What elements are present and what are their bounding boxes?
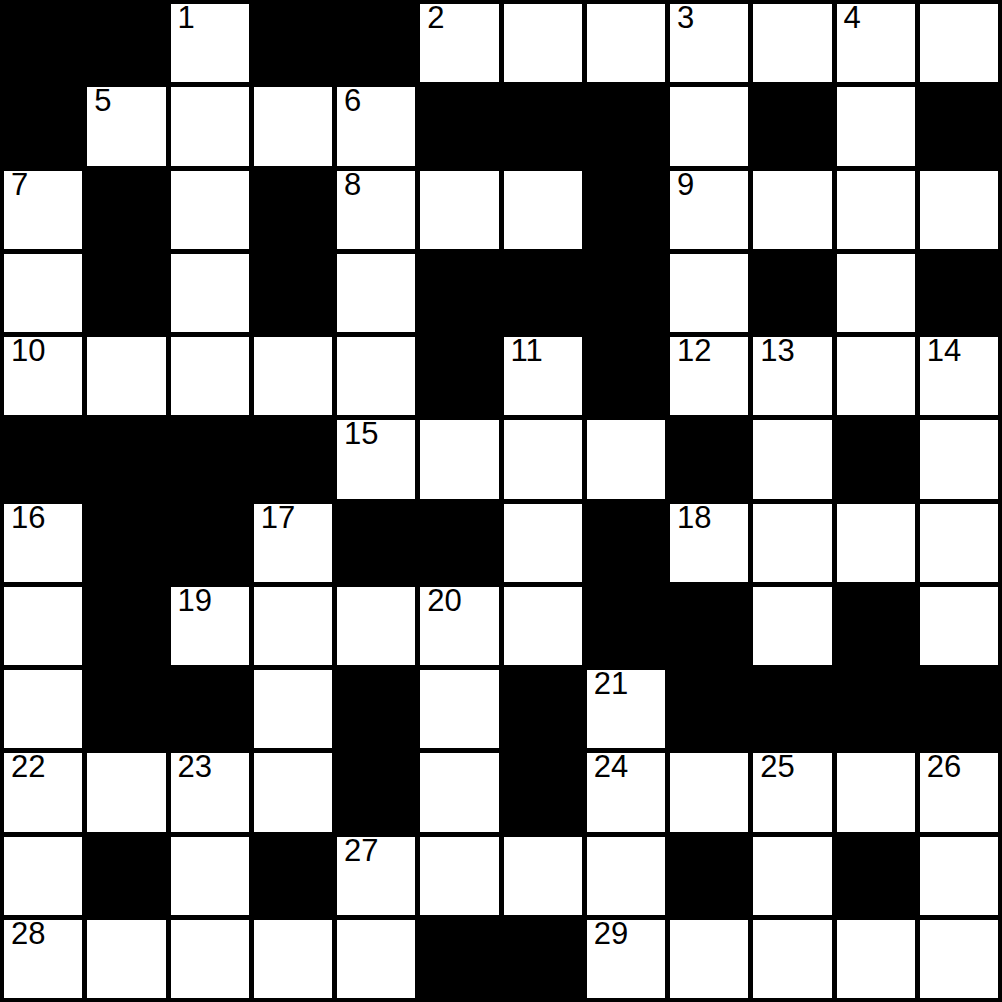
white-cell-r11c4[interactable]	[337, 920, 415, 998]
white-cell-r4c2[interactable]	[171, 337, 249, 415]
white-cell-r7c6[interactable]	[504, 587, 582, 665]
clue-number: 23	[178, 749, 212, 785]
black-cell-r8c1	[87, 670, 165, 748]
white-cell-r3c2[interactable]	[171, 254, 249, 332]
black-cell-r9c6	[504, 753, 582, 831]
white-cell-r9c5[interactable]	[420, 753, 498, 831]
white-cell-r6c10[interactable]	[837, 504, 915, 582]
black-cell-r5c2	[171, 420, 249, 498]
white-cell-r4c0[interactable]: 10	[4, 337, 82, 415]
black-cell-r3c5	[420, 254, 498, 332]
white-cell-r5c9[interactable]	[753, 420, 831, 498]
white-cell-r8c5[interactable]	[420, 670, 498, 748]
black-cell-r1c6	[504, 87, 582, 165]
black-cell-r10c1	[87, 837, 165, 915]
white-cell-r0c10[interactable]: 4	[837, 4, 915, 82]
white-cell-r2c4[interactable]: 8	[337, 171, 415, 249]
white-cell-r11c7[interactable]: 29	[587, 920, 665, 998]
black-cell-r10c8	[670, 837, 748, 915]
black-cell-r3c1	[87, 254, 165, 332]
black-cell-r3c11	[920, 254, 998, 332]
white-cell-r7c5[interactable]: 20	[420, 587, 498, 665]
white-cell-r1c3[interactable]	[254, 87, 332, 165]
white-cell-r0c2[interactable]: 1	[171, 4, 249, 82]
white-cell-r0c7[interactable]	[587, 4, 665, 82]
white-cell-r6c3[interactable]: 17	[254, 504, 332, 582]
black-cell-r10c3	[254, 837, 332, 915]
black-cell-r11c5	[420, 920, 498, 998]
black-cell-r8c8	[670, 670, 748, 748]
clue-number: 8	[344, 167, 361, 203]
black-cell-r8c11	[920, 670, 998, 748]
white-cell-r7c11[interactable]	[920, 587, 998, 665]
white-cell-r4c3[interactable]	[254, 337, 332, 415]
clue-number: 6	[344, 83, 361, 119]
black-cell-r3c9	[753, 254, 831, 332]
black-cell-r7c10	[837, 587, 915, 665]
clue-number: 5	[94, 83, 111, 119]
clue-number: 14	[927, 333, 961, 369]
white-cell-r9c10[interactable]	[837, 753, 915, 831]
clue-number: 21	[594, 666, 628, 702]
white-cell-r7c4[interactable]	[337, 587, 415, 665]
black-cell-r6c5	[420, 504, 498, 582]
black-cell-r0c4	[337, 4, 415, 82]
white-cell-r1c10[interactable]	[837, 87, 915, 165]
white-cell-r6c0[interactable]: 16	[4, 504, 82, 582]
white-cell-r8c7[interactable]: 21	[587, 670, 665, 748]
clue-number: 28	[11, 916, 45, 952]
clue-number: 25	[760, 749, 794, 785]
black-cell-r1c7	[587, 87, 665, 165]
black-cell-r1c5	[420, 87, 498, 165]
black-cell-r8c2	[171, 670, 249, 748]
clue-number: 1	[178, 0, 195, 36]
white-cell-r1c2[interactable]	[171, 87, 249, 165]
black-cell-r2c3	[254, 171, 332, 249]
clue-number: 10	[11, 333, 45, 369]
black-cell-r10c10	[837, 837, 915, 915]
white-cell-r4c1[interactable]	[87, 337, 165, 415]
white-cell-r6c9[interactable]	[753, 504, 831, 582]
white-cell-r3c10[interactable]	[837, 254, 915, 332]
white-cell-r2c10[interactable]	[837, 171, 915, 249]
white-cell-r2c5[interactable]	[420, 171, 498, 249]
white-cell-r4c9[interactable]: 13	[753, 337, 831, 415]
white-cell-r4c4[interactable]	[337, 337, 415, 415]
clue-number: 16	[11, 500, 45, 536]
white-cell-r2c2[interactable]	[171, 171, 249, 249]
white-cell-r3c8[interactable]	[670, 254, 748, 332]
clue-number: 17	[261, 500, 295, 536]
clue-number: 29	[594, 916, 628, 952]
white-cell-r1c4[interactable]: 6	[337, 87, 415, 165]
crossword-board: 1234567891011121314151617181920212223242…	[0, 0, 1002, 1002]
white-cell-r9c1[interactable]	[87, 753, 165, 831]
white-cell-r7c3[interactable]	[254, 587, 332, 665]
black-cell-r9c4	[337, 753, 415, 831]
black-cell-r7c1	[87, 587, 165, 665]
white-cell-r4c8[interactable]: 12	[670, 337, 748, 415]
clue-number: 7	[11, 167, 28, 203]
white-cell-r9c8[interactable]	[670, 753, 748, 831]
white-cell-r10c11[interactable]	[920, 837, 998, 915]
black-cell-r8c4	[337, 670, 415, 748]
clue-number: 24	[594, 749, 628, 785]
black-cell-r2c7	[587, 171, 665, 249]
white-cell-r2c6[interactable]	[504, 171, 582, 249]
white-cell-r5c4[interactable]: 15	[337, 420, 415, 498]
black-cell-r0c1	[87, 4, 165, 82]
white-cell-r0c11[interactable]	[920, 4, 998, 82]
white-cell-r10c5[interactable]	[420, 837, 498, 915]
black-cell-r1c9	[753, 87, 831, 165]
white-cell-r11c2[interactable]	[171, 920, 249, 998]
black-cell-r3c3	[254, 254, 332, 332]
black-cell-r7c7	[587, 587, 665, 665]
white-cell-r0c5[interactable]: 2	[420, 4, 498, 82]
black-cell-r4c5	[420, 337, 498, 415]
black-cell-r8c9	[753, 670, 831, 748]
black-cell-r3c6	[504, 254, 582, 332]
white-cell-r0c6[interactable]	[504, 4, 582, 82]
white-cell-r2c8[interactable]: 9	[670, 171, 748, 249]
white-cell-r8c0[interactable]	[4, 670, 82, 748]
white-cell-r10c4[interactable]: 27	[337, 837, 415, 915]
clue-number: 13	[760, 333, 794, 369]
white-cell-r9c0[interactable]: 22	[4, 753, 82, 831]
white-cell-r11c0[interactable]: 28	[4, 920, 82, 998]
white-cell-r7c0[interactable]	[4, 587, 82, 665]
white-cell-r11c1[interactable]	[87, 920, 165, 998]
black-cell-r3c7	[587, 254, 665, 332]
black-cell-r6c1	[87, 504, 165, 582]
black-cell-r5c8	[670, 420, 748, 498]
white-cell-r9c2[interactable]: 23	[171, 753, 249, 831]
white-cell-r6c8[interactable]: 18	[670, 504, 748, 582]
black-cell-r1c0	[4, 87, 82, 165]
white-cell-r11c10[interactable]	[837, 920, 915, 998]
black-cell-r2c1	[87, 171, 165, 249]
white-cell-r0c9[interactable]	[753, 4, 831, 82]
white-cell-r5c6[interactable]	[504, 420, 582, 498]
black-cell-r6c2	[171, 504, 249, 582]
black-cell-r8c6	[504, 670, 582, 748]
white-cell-r6c6[interactable]	[504, 504, 582, 582]
white-cell-r7c9[interactable]	[753, 587, 831, 665]
clue-number: 22	[11, 749, 45, 785]
white-cell-r5c7[interactable]	[587, 420, 665, 498]
white-cell-r9c9[interactable]: 25	[753, 753, 831, 831]
black-cell-r8c10	[837, 670, 915, 748]
white-cell-r10c6[interactable]	[504, 837, 582, 915]
black-cell-r5c1	[87, 420, 165, 498]
white-cell-r9c11[interactable]: 26	[920, 753, 998, 831]
white-cell-r8c3[interactable]	[254, 670, 332, 748]
white-cell-r10c7[interactable]	[587, 837, 665, 915]
white-cell-r1c1[interactable]: 5	[87, 87, 165, 165]
clue-number: 19	[178, 583, 212, 619]
black-cell-r5c3	[254, 420, 332, 498]
black-cell-r7c8	[670, 587, 748, 665]
white-cell-r2c9[interactable]	[753, 171, 831, 249]
clue-number: 12	[677, 333, 711, 369]
white-cell-r2c11[interactable]	[920, 171, 998, 249]
clue-number: 20	[427, 583, 461, 619]
black-cell-r6c7	[587, 504, 665, 582]
black-cell-r0c0	[4, 4, 82, 82]
white-cell-r4c6[interactable]: 11	[504, 337, 582, 415]
clue-number: 15	[344, 416, 378, 452]
black-cell-r1c11	[920, 87, 998, 165]
white-cell-r5c5[interactable]	[420, 420, 498, 498]
clue-number: 2	[427, 0, 444, 36]
white-cell-r9c7[interactable]: 24	[587, 753, 665, 831]
black-cell-r11c6	[504, 920, 582, 998]
black-cell-r4c7	[587, 337, 665, 415]
clue-number: 26	[927, 749, 961, 785]
white-cell-r1c8[interactable]	[670, 87, 748, 165]
white-cell-r10c0[interactable]	[4, 837, 82, 915]
white-cell-r5c11[interactable]	[920, 420, 998, 498]
white-cell-r10c2[interactable]	[171, 837, 249, 915]
clue-number: 11	[511, 333, 543, 369]
white-cell-r3c4[interactable]	[337, 254, 415, 332]
white-cell-r11c3[interactable]	[254, 920, 332, 998]
clue-number: 9	[677, 167, 694, 203]
white-cell-r2c0[interactable]: 7	[4, 171, 82, 249]
clue-number: 3	[677, 0, 694, 36]
white-cell-r11c9[interactable]	[753, 920, 831, 998]
white-cell-r4c10[interactable]	[837, 337, 915, 415]
black-cell-r6c4	[337, 504, 415, 582]
white-cell-r4c11[interactable]: 14	[920, 337, 998, 415]
clue-number: 4	[844, 0, 861, 36]
black-cell-r5c10	[837, 420, 915, 498]
white-cell-r3c0[interactable]	[4, 254, 82, 332]
white-cell-r11c8[interactable]	[670, 920, 748, 998]
clue-number: 27	[344, 833, 378, 869]
black-cell-r0c3	[254, 4, 332, 82]
white-cell-r11c11[interactable]	[920, 920, 998, 998]
white-cell-r10c9[interactable]	[753, 837, 831, 915]
white-cell-r6c11[interactable]	[920, 504, 998, 582]
white-cell-r0c8[interactable]: 3	[670, 4, 748, 82]
clue-number: 18	[677, 500, 711, 536]
black-cell-r5c0	[4, 420, 82, 498]
white-cell-r9c3[interactable]	[254, 753, 332, 831]
white-cell-r7c2[interactable]: 19	[171, 587, 249, 665]
